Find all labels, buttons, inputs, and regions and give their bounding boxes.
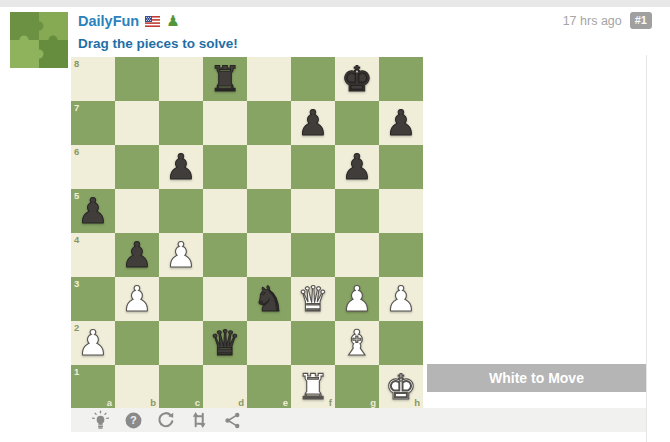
square-d1[interactable]: d [203,365,247,409]
square-c2[interactable] [159,321,203,365]
black-knight[interactable]: ♞ [247,277,291,321]
square-h4[interactable] [379,233,423,277]
white-king[interactable]: ♚ [379,365,423,409]
square-f6[interactable] [291,145,335,189]
black-king[interactable]: ♚ [335,57,379,101]
white-pawn[interactable]: ♟ [159,233,203,277]
black-pawn[interactable]: ♟ [159,145,203,189]
square-f2[interactable] [291,321,335,365]
rank-label-8: 8 [74,58,79,69]
square-d2[interactable]: ♛ [203,321,247,365]
white-pawn[interactable]: ♟ [71,321,115,365]
square-h2[interactable] [379,321,423,365]
square-c4[interactable]: ♟ [159,233,203,277]
square-b6[interactable] [115,145,159,189]
black-pawn[interactable]: ♟ [115,233,159,277]
black-pawn[interactable]: ♟ [71,189,115,233]
white-pawn[interactable]: ♟ [379,277,423,321]
square-h1[interactable]: h♚ [379,365,423,409]
square-g5[interactable] [335,189,379,233]
square-e6[interactable] [247,145,291,189]
square-b1[interactable]: b [115,365,159,409]
square-c8[interactable] [159,57,203,101]
white-bishop[interactable]: ♝ [335,321,379,365]
file-label-e: e [283,397,288,408]
square-g4[interactable] [335,233,379,277]
rank-label-6: 6 [74,146,79,157]
chess-board[interactable]: 8♜♚7♟♟6♟♟5♟4♟♟3♟♞♛♟♟2♟♛♝1abcdef♜gh♚ [71,57,423,409]
square-f3[interactable]: ♛ [291,277,335,321]
square-a8[interactable]: 8 [71,57,115,101]
rank-label-3: 3 [74,278,79,289]
svg-text:?: ? [130,414,137,426]
square-g8[interactable]: ♚ [335,57,379,101]
square-g6[interactable]: ♟ [335,145,379,189]
file-label-g: g [370,397,376,408]
square-f7[interactable]: ♟ [291,101,335,145]
square-b7[interactable] [115,101,159,145]
white-pawn[interactable]: ♟ [335,277,379,321]
white-queen[interactable]: ♛ [291,277,335,321]
help-question-icon[interactable]: ? [122,409,144,431]
square-d7[interactable] [203,101,247,145]
square-e5[interactable] [247,189,291,233]
square-a1[interactable]: 1a [71,365,115,409]
square-d5[interactable] [203,189,247,233]
square-f5[interactable] [291,189,335,233]
square-e7[interactable] [247,101,291,145]
black-pawn[interactable]: ♟ [335,145,379,189]
square-a4[interactable]: 4 [71,233,115,277]
square-f4[interactable] [291,233,335,277]
square-b5[interactable] [115,189,159,233]
file-label-a: a [107,397,112,408]
puzzle-toolbar: ? [71,408,646,432]
white-to-move-button[interactable]: White to Move [427,364,646,392]
black-queen[interactable]: ♛ [203,321,247,365]
square-c1[interactable]: c [159,365,203,409]
member-pawn-icon: ♟ [166,14,179,29]
rank-label-7: 7 [74,102,79,113]
black-pawn[interactable]: ♟ [291,101,335,145]
square-c5[interactable] [159,189,203,233]
square-h8[interactable] [379,57,423,101]
hint-lightbulb-icon[interactable] [89,409,111,431]
square-f8[interactable] [291,57,335,101]
us-flag-icon [145,16,160,27]
square-b2[interactable] [115,321,159,365]
square-b4[interactable]: ♟ [115,233,159,277]
square-e1[interactable]: e [247,365,291,409]
square-g2[interactable]: ♝ [335,321,379,365]
square-c7[interactable] [159,101,203,145]
rank-label-4: 4 [74,234,79,245]
square-a7[interactable]: 7 [71,101,115,145]
square-a6[interactable]: 6 [71,145,115,189]
square-a3[interactable]: 3 [71,277,115,321]
black-rook[interactable]: ♜ [203,57,247,101]
white-rook[interactable]: ♜ [291,365,335,409]
username[interactable]: DailyFun [78,13,139,29]
puzzle-prompt: Drag the pieces to solve! [78,36,238,51]
square-c6[interactable]: ♟ [159,145,203,189]
poster-info: DailyFun ♟ [78,11,180,31]
rank-label-1: 1 [74,366,79,377]
square-d4[interactable] [203,233,247,277]
square-g3[interactable]: ♟ [335,277,379,321]
square-g1[interactable]: g [335,365,379,409]
square-e8[interactable] [247,57,291,101]
square-f1[interactable]: f♜ [291,365,335,409]
square-e2[interactable] [247,321,291,365]
square-b8[interactable] [115,57,159,101]
square-h5[interactable] [379,189,423,233]
square-e3[interactable]: ♞ [247,277,291,321]
share-icon[interactable] [221,409,243,431]
file-label-b: b [150,397,156,408]
square-a5[interactable]: 5♟ [71,189,115,233]
square-h6[interactable] [379,145,423,189]
square-h3[interactable]: ♟ [379,277,423,321]
square-a2[interactable]: 2♟ [71,321,115,365]
white-pawn[interactable]: ♟ [115,277,159,321]
top-strip [0,0,670,7]
square-e4[interactable] [247,233,291,277]
rank-badge[interactable]: #1 [630,12,652,29]
reset-refresh-icon[interactable] [155,409,177,431]
panel-divider [646,55,647,442]
puzzle-avatar [10,12,68,68]
timestamp: 17 hrs ago [563,14,622,28]
square-g7[interactable] [335,101,379,145]
file-label-c: c [195,397,200,408]
black-pawn[interactable]: ♟ [379,101,423,145]
file-label-d: d [238,397,244,408]
retry-arrows-icon[interactable] [188,409,210,431]
square-d8[interactable]: ♜ [203,57,247,101]
square-d3[interactable] [203,277,247,321]
square-c3[interactable] [159,277,203,321]
square-d6[interactable] [203,145,247,189]
square-h7[interactable]: ♟ [379,101,423,145]
square-b3[interactable]: ♟ [115,277,159,321]
